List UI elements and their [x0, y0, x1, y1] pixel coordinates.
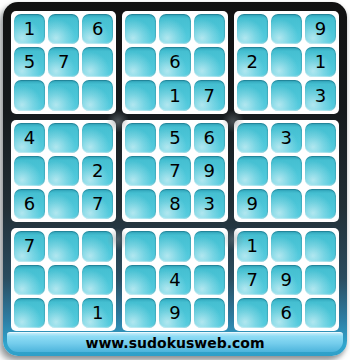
cell-r1c4[interactable] [125, 14, 156, 44]
cell-r3c3[interactable] [82, 80, 113, 110]
cell-r9c4[interactable] [125, 298, 156, 328]
cell-r6c3[interactable]: 7 [82, 189, 113, 219]
page: 1657617921342675679833971491796 www.sudo… [0, 0, 350, 360]
cell-r6c8[interactable] [271, 189, 302, 219]
cell-r2c3[interactable] [82, 47, 113, 77]
cell-r2c5[interactable]: 6 [159, 47, 190, 77]
cell-r2c7[interactable]: 2 [237, 47, 268, 77]
cell-r4c2[interactable] [48, 123, 79, 153]
cell-r5c4[interactable] [125, 156, 156, 186]
cell-r8c9[interactable] [305, 265, 336, 295]
cell-r1c6[interactable] [194, 14, 225, 44]
cell-r1c1[interactable]: 1 [14, 14, 45, 44]
cell-r6c7[interactable]: 9 [237, 189, 268, 219]
cell-r6c1[interactable]: 6 [14, 189, 45, 219]
sudoku-board: 1657617921342675679833971491796 www.sudo… [3, 2, 347, 356]
cell-r6c4[interactable] [125, 189, 156, 219]
cell-r3c8[interactable] [271, 80, 302, 110]
cell-r9c8[interactable]: 6 [271, 298, 302, 328]
cell-r3c7[interactable] [237, 80, 268, 110]
cell-r3c9[interactable]: 3 [305, 80, 336, 110]
cell-r2c4[interactable] [125, 47, 156, 77]
cell-r3c1[interactable] [14, 80, 45, 110]
cell-r7c4[interactable] [125, 231, 156, 261]
cell-r1c7[interactable] [237, 14, 268, 44]
cell-r4c4[interactable] [125, 123, 156, 153]
box-1-2: 617 [122, 11, 227, 114]
cell-r5c3[interactable]: 2 [82, 156, 113, 186]
cell-r9c9[interactable] [305, 298, 336, 328]
box-3-2: 49 [122, 228, 227, 331]
cell-r6c9[interactable] [305, 189, 336, 219]
cell-r9c6[interactable] [194, 298, 225, 328]
sudoku-grid: 1657617921342675679833971491796 [11, 11, 339, 331]
cell-r3c2[interactable] [48, 80, 79, 110]
cell-r8c2[interactable] [48, 265, 79, 295]
cell-r7c5[interactable] [159, 231, 190, 261]
cell-r4c1[interactable]: 4 [14, 123, 45, 153]
box-3-3: 1796 [234, 228, 339, 331]
cell-r1c8[interactable] [271, 14, 302, 44]
cell-r9c3[interactable]: 1 [82, 298, 113, 328]
cell-r8c8[interactable]: 9 [271, 265, 302, 295]
cell-r5c2[interactable] [48, 156, 79, 186]
cell-r4c7[interactable] [237, 123, 268, 153]
box-1-1: 1657 [11, 11, 116, 114]
cell-r5c6[interactable]: 9 [194, 156, 225, 186]
cell-r5c5[interactable]: 7 [159, 156, 190, 186]
cell-r6c2[interactable] [48, 189, 79, 219]
cell-r7c3[interactable] [82, 231, 113, 261]
box-2-2: 567983 [122, 120, 227, 223]
cell-r8c7[interactable]: 7 [237, 265, 268, 295]
cell-r7c6[interactable] [194, 231, 225, 261]
cell-r2c8[interactable] [271, 47, 302, 77]
cell-r2c2[interactable]: 7 [48, 47, 79, 77]
cell-r4c3[interactable] [82, 123, 113, 153]
cell-r7c9[interactable] [305, 231, 336, 261]
cell-r8c3[interactable] [82, 265, 113, 295]
cell-r1c2[interactable] [48, 14, 79, 44]
cell-r9c5[interactable]: 9 [159, 298, 190, 328]
box-2-1: 4267 [11, 120, 116, 223]
cell-r4c6[interactable]: 6 [194, 123, 225, 153]
cell-r2c9[interactable]: 1 [305, 47, 336, 77]
site-url[interactable]: www.sudokusweb.com [85, 335, 264, 351]
cell-r9c7[interactable] [237, 298, 268, 328]
cell-r7c8[interactable] [271, 231, 302, 261]
cell-r3c4[interactable] [125, 80, 156, 110]
cell-r8c6[interactable] [194, 265, 225, 295]
footer-bar: www.sudokusweb.com [7, 332, 343, 352]
cell-r9c1[interactable] [14, 298, 45, 328]
cell-r5c8[interactable] [271, 156, 302, 186]
cell-r9c2[interactable] [48, 298, 79, 328]
cell-r2c6[interactable] [194, 47, 225, 77]
cell-r4c9[interactable] [305, 123, 336, 153]
cell-r8c4[interactable] [125, 265, 156, 295]
box-1-3: 9213 [234, 11, 339, 114]
cell-r5c7[interactable] [237, 156, 268, 186]
box-2-3: 39 [234, 120, 339, 223]
cell-r6c5[interactable]: 8 [159, 189, 190, 219]
cell-r3c5[interactable]: 1 [159, 80, 190, 110]
cell-r1c9[interactable]: 9 [305, 14, 336, 44]
cell-r5c9[interactable] [305, 156, 336, 186]
cell-r6c6[interactable]: 3 [194, 189, 225, 219]
cell-r2c1[interactable]: 5 [14, 47, 45, 77]
cell-r7c1[interactable]: 7 [14, 231, 45, 261]
cell-r3c6[interactable]: 7 [194, 80, 225, 110]
cell-r8c5[interactable]: 4 [159, 265, 190, 295]
cell-r7c7[interactable]: 1 [237, 231, 268, 261]
cell-r4c8[interactable]: 3 [271, 123, 302, 153]
box-3-1: 71 [11, 228, 116, 331]
cell-r1c5[interactable] [159, 14, 190, 44]
cell-r8c1[interactable] [14, 265, 45, 295]
cell-r4c5[interactable]: 5 [159, 123, 190, 153]
cell-r5c1[interactable] [14, 156, 45, 186]
cell-r1c3[interactable]: 6 [82, 14, 113, 44]
cell-r7c2[interactable] [48, 231, 79, 261]
